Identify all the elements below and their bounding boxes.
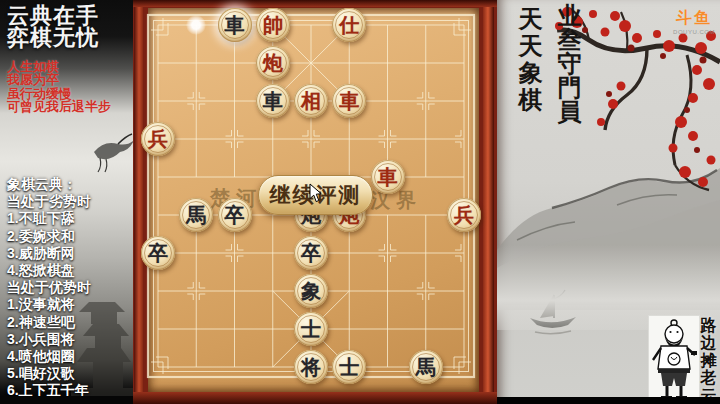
codex-item: 2.委婉求和: [7, 228, 91, 245]
piece-glyph: 兵: [148, 129, 168, 149]
channel-slogan: 云典在手 弈棋无忧: [7, 5, 99, 50]
pawn-poem: 人生如棋 我愿为卒 虽行动缓慢 可曾见我后退半步: [7, 60, 111, 113]
poem-line: 我愿为卒: [7, 73, 111, 86]
codex-header: 象棋云典：: [7, 176, 91, 193]
codex-section2-title: 当处于优势时: [7, 279, 91, 296]
piece-glyph: 車: [378, 167, 398, 187]
piece-red-相[interactable]: 相: [294, 84, 328, 118]
piece-red-兵[interactable]: 兵: [447, 198, 481, 232]
mouse-cursor: [309, 183, 324, 203]
slogan-line-2: 弈棋无忧: [7, 27, 99, 49]
piece-red-仕[interactable]: 仕: [332, 8, 366, 42]
piece-black-車[interactable]: 車: [256, 84, 290, 118]
piece-red-車[interactable]: 車: [371, 160, 405, 194]
xiangqi-board[interactable]: 楚河 汉界 車帥仕炮車相車兵車馬卒炮炮兵卒卒象士将士馬 继续评测: [133, 0, 497, 404]
codex-item: 2.神速些吧: [7, 314, 91, 331]
piece-black-車[interactable]: 車: [218, 8, 252, 42]
stream-screenshot: 云典在手 弈棋无忧 人生如棋 我愿为卒 虽行动缓慢 可曾见我后退半步: [0, 0, 720, 404]
piece-black-馬[interactable]: 馬: [179, 198, 213, 232]
piece-black-士[interactable]: 士: [294, 312, 328, 346]
piece-glyph: 車: [263, 91, 283, 111]
piece-glyph: 兵: [454, 205, 474, 225]
codex-section1-title: 当处于劣势时: [7, 193, 91, 210]
piece-red-帥[interactable]: 帥: [256, 8, 290, 42]
poem-line: 虽行动缓慢: [7, 87, 111, 100]
piece-glyph: 卒: [225, 205, 245, 225]
right-panel-bottom-bar: [497, 397, 720, 404]
mascot-label: 路边摊老云: [699, 317, 718, 404]
codex-item: 5.唱好汉歌: [7, 365, 91, 382]
piece-black-卒[interactable]: 卒: [294, 236, 328, 270]
douyu-logo-text: 斗鱼: [671, 8, 717, 29]
mascot-cartoon: [649, 316, 699, 404]
right-panel: 天天象棋 业叁守門員 斗鱼 DOUYU.COM: [497, 0, 720, 404]
piece-glyph: 馬: [186, 205, 206, 225]
piece-glyph: 車: [339, 91, 359, 111]
piece-glyph: 車: [225, 15, 245, 35]
poem-line: 可曾见我后退半步: [7, 100, 111, 113]
piece-red-車[interactable]: 車: [332, 84, 366, 118]
piece-red-兵[interactable]: 兵: [141, 122, 175, 156]
piece-glyph: 士: [301, 319, 321, 339]
douyu-watermark: 斗鱼 DOUYU.COM: [671, 8, 717, 35]
vertical-title-rank: 业叁守門員: [556, 4, 583, 124]
piece-glyph: 炮: [263, 53, 283, 73]
codex-item: 4.喷他烟圈: [7, 348, 91, 365]
codex-item: 1.不耻下舔: [7, 210, 91, 227]
piece-black-馬[interactable]: 馬: [409, 350, 443, 384]
piece-glyph: 卒: [301, 243, 321, 263]
left-panel: 云典在手 弈棋无忧 人生如棋 我愿为卒 虽行动缓慢 可曾见我后退半步: [0, 0, 133, 404]
codex-item: 1.没事就将: [7, 296, 91, 313]
mascot-box: [649, 316, 699, 404]
piece-glyph: 相: [301, 91, 321, 111]
piece-glyph: 帥: [263, 15, 283, 35]
codex-item: 4.怒掀棋盘: [7, 262, 91, 279]
piece-black-士[interactable]: 士: [332, 350, 366, 384]
codex-item: 3.威胁断网: [7, 245, 91, 262]
vertical-title-tiantian-xiangqi: 天天象棋: [517, 6, 544, 114]
piece-glyph: 将: [301, 357, 321, 377]
left-panel-bottom-bar: [0, 396, 133, 404]
crane-icon: [88, 132, 133, 174]
last-move-origin-marker: [186, 15, 206, 35]
piece-black-卒[interactable]: 卒: [218, 198, 252, 232]
codex-item: 3.小兵围将: [7, 331, 91, 348]
piece-glyph: 象: [301, 281, 321, 301]
piece-black-象[interactable]: 象: [294, 274, 328, 308]
piece-glyph: 仕: [339, 15, 359, 35]
piece-black-卒[interactable]: 卒: [141, 236, 175, 270]
douyu-logo-subtext: DOUYU.COM: [671, 29, 717, 35]
cloud-codex-list: 象棋云典： 当处于劣势时 1.不耻下舔 2.委婉求和 3.威胁断网 4.怒掀棋盘…: [7, 176, 91, 400]
piece-glyph: 卒: [148, 243, 168, 263]
piece-black-将[interactable]: 将: [294, 350, 328, 384]
piece-glyph: 士: [339, 357, 359, 377]
piece-glyph: 馬: [416, 357, 436, 377]
piece-red-炮[interactable]: 炮: [256, 46, 290, 80]
